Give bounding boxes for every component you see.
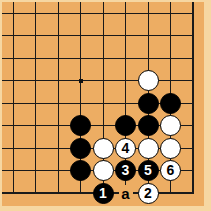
stone-white bbox=[160, 138, 181, 159]
stone-black bbox=[138, 115, 159, 136]
board-edge-line-right bbox=[192, 2, 194, 194]
stone-black-move-1: 1 bbox=[93, 183, 114, 204]
stone-white-move-2: 2 bbox=[138, 183, 159, 204]
go-diagram-frame: 435612a bbox=[0, 0, 211, 211]
grid-line-horizontal bbox=[2, 13, 194, 14]
stone-black bbox=[70, 138, 91, 159]
stone-white bbox=[138, 70, 159, 91]
stone-white bbox=[93, 160, 114, 181]
stone-black bbox=[70, 115, 91, 136]
stone-black bbox=[160, 93, 181, 114]
stone-black-move-5: 5 bbox=[138, 160, 159, 181]
stone-white-move-4: 4 bbox=[115, 138, 136, 159]
hoshi-star-point bbox=[79, 79, 83, 83]
grid-line-vertical bbox=[58, 2, 59, 194]
stone-white bbox=[160, 115, 181, 136]
grid-line-horizontal bbox=[2, 58, 194, 59]
stone-white bbox=[93, 138, 114, 159]
grid-line-vertical bbox=[35, 2, 36, 194]
stone-white bbox=[138, 138, 159, 159]
stone-black bbox=[138, 93, 159, 114]
stone-black-move-3: 3 bbox=[115, 160, 136, 181]
grid-line-horizontal bbox=[2, 35, 194, 36]
grid-line-vertical bbox=[13, 2, 14, 194]
stone-black bbox=[115, 115, 136, 136]
go-board: 435612a bbox=[2, 2, 204, 206]
point-label-a: a bbox=[119, 185, 133, 203]
stone-black bbox=[70, 160, 91, 181]
stone-white-move-6: 6 bbox=[160, 160, 181, 181]
grid-line-horizontal bbox=[2, 80, 194, 81]
